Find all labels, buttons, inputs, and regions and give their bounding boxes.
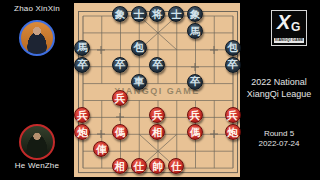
point-marker bbox=[92, 126, 111, 143]
xiangqi-piece-black[interactable]: 卒 bbox=[74, 57, 90, 73]
xiangqi-piece-red[interactable]: 仕 bbox=[168, 158, 184, 174]
xiangqi-piece-red[interactable]: 相 bbox=[149, 124, 165, 140]
player-top-avatar bbox=[19, 20, 55, 56]
player-top-name: Zhao XinXin bbox=[0, 4, 74, 13]
xiangqi-piece-red[interactable]: 傌 bbox=[112, 124, 128, 140]
xiangqi-piece-red[interactable]: 炮 bbox=[74, 124, 90, 140]
xiangqi-piece-black[interactable]: 象 bbox=[187, 6, 203, 22]
event-title-line2: XiangQi League bbox=[240, 89, 318, 99]
player-bottom-avatar bbox=[19, 124, 55, 160]
point-marker bbox=[204, 41, 223, 58]
xiangqi-piece-black[interactable]: 士 bbox=[168, 6, 184, 22]
xiangqi-piece-black[interactable]: 車 bbox=[131, 74, 147, 90]
xiangqi-piece-black[interactable]: 卒 bbox=[225, 57, 241, 73]
xiangqi-board[interactable]: XIANGQI GAME 象士将士象馬馬包包卒卒卒卒車卒兵兵兵兵兵炮傌相傌炮俥相… bbox=[74, 3, 240, 177]
logo-x-glyph: X bbox=[277, 11, 290, 33]
logo-g-glyph: G bbox=[291, 20, 300, 34]
point-marker bbox=[204, 126, 223, 143]
tournament-logo: X G XIANGQI GAME bbox=[271, 10, 307, 46]
xiangqi-piece-black[interactable]: 卒 bbox=[187, 74, 203, 90]
xiangqi-piece-black[interactable]: 将 bbox=[149, 6, 165, 22]
xiangqi-piece-red[interactable]: 兵 bbox=[112, 90, 128, 106]
xiangqi-piece-black[interactable]: 包 bbox=[131, 40, 147, 56]
xiangqi-piece-black[interactable]: 卒 bbox=[112, 57, 128, 73]
xiangqi-piece-red[interactable]: 仕 bbox=[131, 158, 147, 174]
point-marker bbox=[92, 41, 111, 58]
xiangqi-piece-black[interactable]: 象 bbox=[112, 6, 128, 22]
broadcast-frame: Zhao XinXin He WenZhe XIANGQI GAME 象士将士象… bbox=[0, 0, 320, 180]
xiangqi-piece-black[interactable]: 卒 bbox=[149, 57, 165, 73]
xiangqi-piece-red[interactable]: 相 bbox=[112, 158, 128, 174]
xiangqi-piece-red[interactable]: 帥 bbox=[149, 158, 165, 174]
xiangqi-piece-red[interactable]: 兵 bbox=[187, 107, 203, 123]
player-bottom-name: He WenZhe bbox=[0, 161, 74, 170]
xiangqi-piece-red[interactable]: 炮 bbox=[225, 124, 241, 140]
xiangqi-piece-red[interactable]: 兵 bbox=[74, 107, 90, 123]
xiangqi-piece-red[interactable]: 俥 bbox=[93, 141, 109, 157]
xiangqi-piece-black[interactable]: 馬 bbox=[74, 40, 90, 56]
xiangqi-piece-black[interactable]: 士 bbox=[131, 6, 147, 22]
event-date: 2022-07-24 bbox=[240, 139, 318, 148]
xiangqi-piece-black[interactable]: 馬 bbox=[187, 23, 203, 39]
board-intersections[interactable]: 象士将士象馬馬包包卒卒卒卒車卒兵兵兵兵兵炮傌相傌炮俥相仕帥仕 bbox=[73, 8, 242, 177]
event-round: Round 5 bbox=[240, 129, 318, 138]
xiangqi-piece-red[interactable]: 兵 bbox=[225, 107, 241, 123]
xiangqi-piece-black[interactable]: 包 bbox=[225, 40, 241, 56]
event-title-line1: 2022 National bbox=[240, 77, 318, 87]
xiangqi-piece-red[interactable]: 傌 bbox=[187, 124, 203, 140]
xiangqi-piece-red[interactable]: 兵 bbox=[149, 107, 165, 123]
logo-caption: XIANGQI GAME bbox=[274, 38, 304, 43]
